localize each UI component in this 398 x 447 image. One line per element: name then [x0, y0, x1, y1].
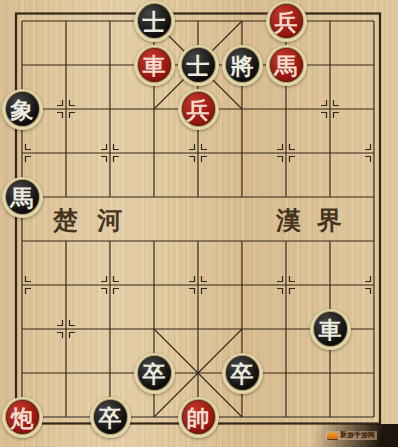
- board-point: 卒: [132, 351, 176, 395]
- piece-black-elephant[interactable]: 象: [2, 89, 43, 130]
- piece-glyph: 馬: [270, 48, 303, 82]
- board-point: 炮: [0, 395, 44, 439]
- piece-black-general[interactable]: 將: [222, 45, 263, 86]
- xiangqi-board: 楚河 漢界 士兵車士將馬象兵馬車卒卒炮卒帥 新游手游网: [0, 0, 398, 447]
- piece-glyph: 兵: [182, 92, 215, 126]
- piece-black-horse[interactable]: 馬: [2, 177, 43, 218]
- board-point: 車: [308, 307, 352, 351]
- piece-black-soldier[interactable]: 卒: [222, 353, 263, 394]
- piece-grid: 士兵車士將馬象兵馬車卒卒炮卒帥: [0, 0, 396, 439]
- board-point: 馬: [0, 175, 44, 219]
- piece-red-soldier[interactable]: 兵: [178, 89, 219, 130]
- piece-red-horse[interactable]: 馬: [266, 45, 307, 86]
- piece-glyph: 車: [314, 312, 347, 346]
- watermark: 新游手游网: [325, 431, 377, 440]
- board-point: 帥: [176, 395, 220, 439]
- piece-glyph: 士: [182, 48, 215, 82]
- board-point: 車: [132, 43, 176, 87]
- watermark-logo-icon: [327, 432, 338, 439]
- board-point: 兵: [264, 0, 308, 43]
- piece-glyph: 兵: [270, 4, 303, 38]
- board-point: 卒: [88, 395, 132, 439]
- piece-glyph: 車: [138, 48, 171, 82]
- board-point: 卒: [220, 351, 264, 395]
- piece-black-advisor[interactable]: 士: [134, 1, 175, 42]
- piece-red-soldier[interactable]: 兵: [266, 1, 307, 42]
- piece-glyph: 馬: [6, 180, 39, 214]
- piece-glyph: 炮: [6, 400, 39, 434]
- piece-black-advisor[interactable]: 士: [178, 45, 219, 86]
- piece-glyph: 士: [138, 4, 171, 38]
- board-point: 兵: [176, 87, 220, 131]
- board-point: 將: [220, 43, 264, 87]
- piece-red-chariot[interactable]: 車: [134, 45, 175, 86]
- piece-black-soldier[interactable]: 卒: [90, 397, 131, 438]
- piece-black-chariot[interactable]: 車: [310, 309, 351, 350]
- piece-red-general[interactable]: 帥: [178, 397, 219, 438]
- piece-glyph: 帥: [182, 400, 215, 434]
- piece-glyph: 將: [226, 48, 259, 82]
- piece-glyph: 卒: [226, 356, 259, 390]
- board-point: 士: [176, 43, 220, 87]
- board-point: 馬: [264, 43, 308, 87]
- piece-glyph: 卒: [94, 400, 127, 434]
- piece-red-cannon[interactable]: 炮: [2, 397, 43, 438]
- piece-glyph: 卒: [138, 356, 171, 390]
- piece-black-soldier[interactable]: 卒: [134, 353, 175, 394]
- board-point: 象: [0, 87, 44, 131]
- board-point: 士: [132, 0, 176, 43]
- piece-glyph: 象: [6, 92, 39, 126]
- watermark-text: 新游手游网: [340, 432, 375, 439]
